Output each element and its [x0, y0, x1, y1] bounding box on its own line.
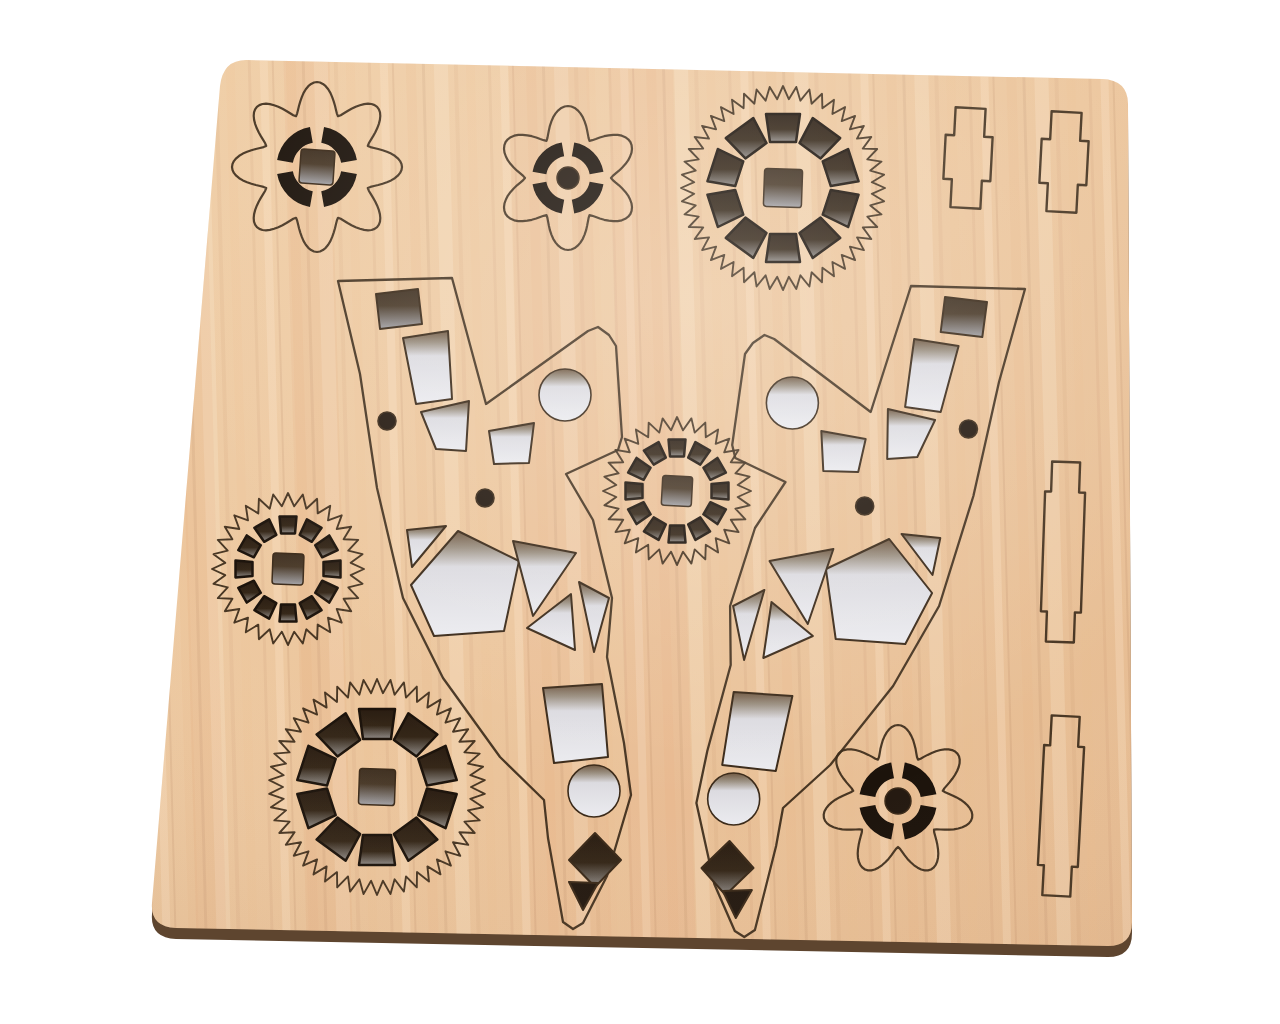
gear-window-hole: [359, 709, 395, 739]
gear-window-hole: [324, 561, 341, 578]
axle-hole-round: [557, 167, 579, 189]
plywood-sheet: [100, 30, 1200, 990]
bracket-cutout-hole: [856, 497, 874, 515]
gear-window-hole: [236, 561, 253, 578]
bracket-cutout: [489, 423, 534, 464]
bracket-cutout: [376, 289, 422, 329]
gear-window-hole: [669, 526, 686, 543]
bracket-cutout-hole: [539, 369, 591, 421]
bracket-cutout-hole: [378, 412, 396, 430]
bracket-cutout: [821, 431, 865, 472]
part-gear-32t-mid-left: [212, 493, 364, 645]
axle-hole-square: [763, 168, 802, 207]
bracket-cutout-hole: [476, 489, 494, 507]
axle-hole-square: [299, 149, 335, 185]
gear-window-hole: [626, 483, 643, 500]
gear-window-hole: [280, 605, 297, 622]
bracket-cutout: [941, 297, 987, 337]
gear-window-hole: [669, 440, 686, 457]
parts-sheet-photo: [0, 0, 1280, 1024]
photo-laser-cut-parts-sheet: [0, 0, 1280, 1024]
part-gear-32t-center: [603, 417, 751, 565]
gear-window-hole: [280, 517, 297, 534]
gear-window-hole: [359, 835, 395, 865]
bracket-cutout-hole: [959, 420, 977, 438]
axle-hole-square: [358, 768, 395, 805]
gear-window-hole: [712, 483, 729, 500]
axle-hole-square: [661, 475, 693, 507]
axle-hole-round: [885, 788, 911, 814]
gear-window-hole: [766, 234, 800, 262]
gear-window-hole: [766, 114, 800, 142]
bracket-cutout-hole: [568, 765, 620, 817]
bracket-cutout-hole: [766, 377, 818, 429]
bracket-cutout-hole: [708, 773, 760, 825]
axle-hole-square: [272, 553, 304, 585]
bracket-cutout: [543, 684, 608, 763]
